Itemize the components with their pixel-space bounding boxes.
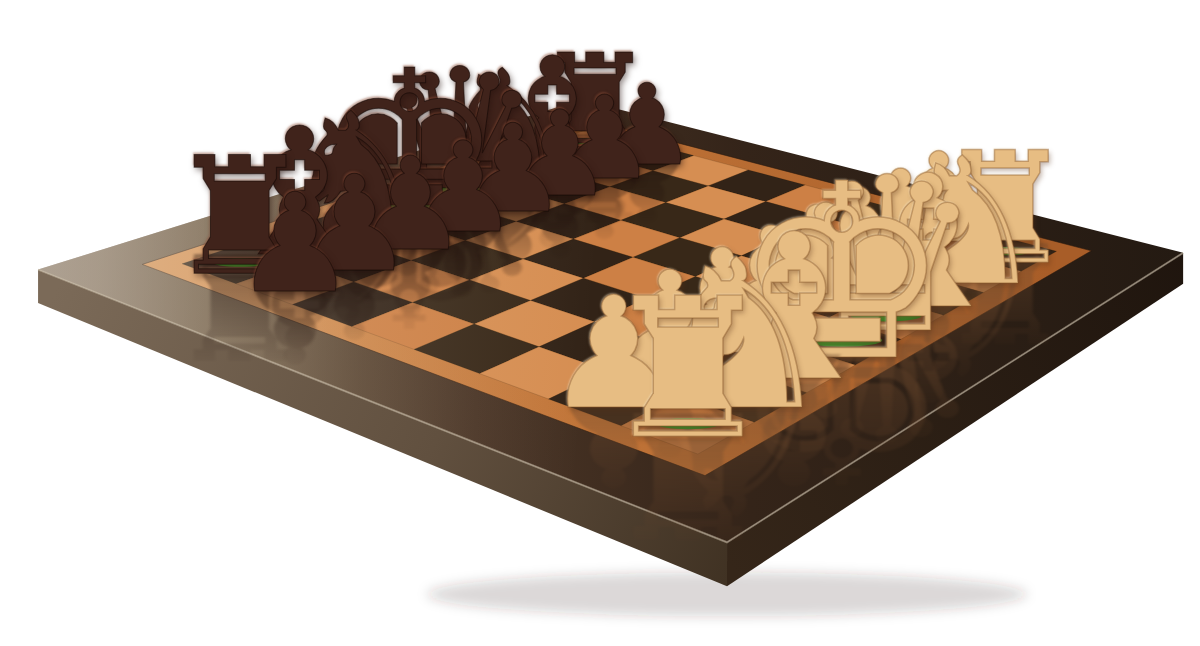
- white-rook-h1[interactable]: ♜: [601, 273, 775, 467]
- black-pawn-h7[interactable]: ♟: [234, 176, 357, 313]
- chess-product-photo: ♜♜♝♝♞♞♛♛♚♚♞♞♝♝♜♜♟♟♟♟♟♟♟♟♟♟♟♟♟♟♟♟♟♟♟♟♟♟♟♟…: [0, 0, 1200, 646]
